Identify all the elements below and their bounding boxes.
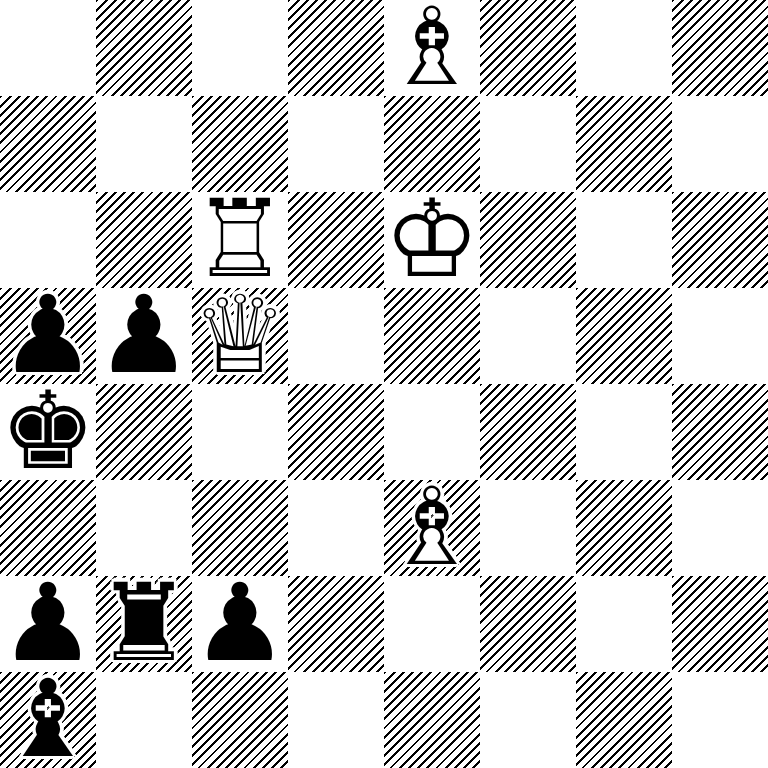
- square-c5[interactable]: ♛♕: [192, 288, 288, 384]
- white-king[interactable]: ♔: [373, 180, 490, 297]
- square-g7[interactable]: [576, 96, 672, 192]
- square-d7[interactable]: [288, 96, 384, 192]
- square-b5[interactable]: ♟♟: [96, 288, 192, 384]
- square-f4[interactable]: [480, 384, 576, 480]
- square-d2[interactable]: [288, 576, 384, 672]
- square-f8[interactable]: [480, 0, 576, 96]
- square-a7[interactable]: [0, 96, 96, 192]
- square-d4[interactable]: [288, 384, 384, 480]
- square-f5[interactable]: [480, 288, 576, 384]
- white-bishop[interactable]: ♗: [373, 468, 490, 585]
- black-king[interactable]: ♚: [0, 372, 107, 489]
- square-a8[interactable]: [0, 0, 96, 96]
- square-f7[interactable]: [480, 96, 576, 192]
- square-e2[interactable]: [384, 576, 480, 672]
- square-b7[interactable]: [96, 96, 192, 192]
- square-h3[interactable]: [672, 480, 768, 576]
- square-d1[interactable]: [288, 672, 384, 768]
- square-c8[interactable]: [192, 0, 288, 96]
- square-g4[interactable]: [576, 384, 672, 480]
- square-e1[interactable]: [384, 672, 480, 768]
- square-g8[interactable]: [576, 0, 672, 96]
- square-c2[interactable]: ♟♟: [192, 576, 288, 672]
- square-g6[interactable]: [576, 192, 672, 288]
- square-c4[interactable]: [192, 384, 288, 480]
- square-g1[interactable]: [576, 672, 672, 768]
- square-g2[interactable]: [576, 576, 672, 672]
- square-a4[interactable]: ♚♚: [0, 384, 96, 480]
- black-pawn[interactable]: ♟: [181, 564, 298, 681]
- square-e5[interactable]: [384, 288, 480, 384]
- square-a1[interactable]: ♝♝: [0, 672, 96, 768]
- square-h2[interactable]: [672, 576, 768, 672]
- square-b4[interactable]: [96, 384, 192, 480]
- square-b8[interactable]: [96, 0, 192, 96]
- square-e6[interactable]: ♚♔: [384, 192, 480, 288]
- black-bishop[interactable]: ♝: [0, 660, 107, 768]
- square-d8[interactable]: [288, 0, 384, 96]
- square-b1[interactable]: [96, 672, 192, 768]
- chess-board: ♝♗♜♖♚♔♟♟♟♟♛♕♚♚♝♗♟♟♜♜♟♟♝♝: [0, 0, 768, 768]
- square-e3[interactable]: ♝♗: [384, 480, 480, 576]
- square-d5[interactable]: [288, 288, 384, 384]
- square-f3[interactable]: [480, 480, 576, 576]
- square-c1[interactable]: [192, 672, 288, 768]
- square-f2[interactable]: [480, 576, 576, 672]
- square-h1[interactable]: [672, 672, 768, 768]
- square-h5[interactable]: [672, 288, 768, 384]
- square-d6[interactable]: [288, 192, 384, 288]
- square-h4[interactable]: [672, 384, 768, 480]
- white-queen[interactable]: ♕: [181, 276, 298, 393]
- square-d3[interactable]: [288, 480, 384, 576]
- square-h6[interactable]: [672, 192, 768, 288]
- square-f6[interactable]: [480, 192, 576, 288]
- square-g5[interactable]: [576, 288, 672, 384]
- square-g3[interactable]: [576, 480, 672, 576]
- square-e8[interactable]: ♝♗: [384, 0, 480, 96]
- square-h8[interactable]: [672, 0, 768, 96]
- square-h7[interactable]: [672, 96, 768, 192]
- square-f1[interactable]: [480, 672, 576, 768]
- square-b2[interactable]: ♜♜: [96, 576, 192, 672]
- white-bishop[interactable]: ♗: [373, 0, 490, 106]
